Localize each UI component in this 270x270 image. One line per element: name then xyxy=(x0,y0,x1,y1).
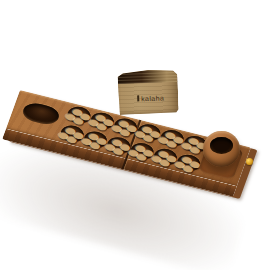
sleeve-label-row: kalaha xyxy=(125,94,176,103)
kalaha-logo-icon xyxy=(137,95,139,101)
cardboard-sleeve-box: kalaha xyxy=(117,69,178,115)
kalaha-brand-label: kalaha xyxy=(141,94,164,102)
right-store-cup[interactable] xyxy=(203,131,240,167)
cup-interior xyxy=(210,137,233,154)
sleeve-opening xyxy=(117,69,177,84)
brass-latch-pin xyxy=(246,158,253,165)
product-photo-scene: kalaha ●●●● ●●●● ●●●● ●●●● ●●●● ●●●● ●●●… xyxy=(0,0,270,270)
